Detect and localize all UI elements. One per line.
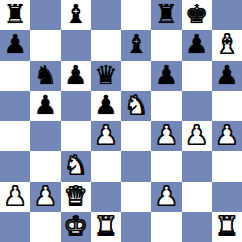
white-rook[interactable]: ♜ (94, 213, 117, 239)
square-c4[interactable] (61, 121, 91, 151)
square-c8[interactable]: ♝ (61, 0, 91, 30)
square-a4[interactable] (0, 121, 30, 151)
square-e1[interactable] (121, 212, 151, 242)
white-pawn[interactable]: ♟ (215, 122, 238, 148)
white-pawn[interactable]: ♟ (155, 183, 178, 209)
chess-board: ♜♝♜♚♟♝♟♝♞♟♛♟♟♟♟♞♟♟♟♟♞♟♟♛♟♚♜♜ (0, 0, 242, 242)
square-e7[interactable]: ♝ (121, 30, 151, 60)
square-b4[interactable] (30, 121, 60, 151)
black-king[interactable]: ♚ (185, 1, 208, 27)
black-pawn[interactable]: ♟ (215, 62, 238, 88)
square-f4[interactable]: ♟ (151, 121, 181, 151)
black-pawn[interactable]: ♟ (3, 31, 26, 57)
square-e3[interactable] (121, 151, 151, 181)
square-c2[interactable]: ♛ (61, 182, 91, 212)
square-h6[interactable]: ♟ (212, 61, 242, 91)
white-pawn[interactable]: ♟ (34, 183, 57, 209)
square-d8[interactable] (91, 0, 121, 30)
square-d2[interactable] (91, 182, 121, 212)
white-rook[interactable]: ♜ (215, 213, 238, 239)
square-b3[interactable] (30, 151, 60, 181)
square-h4[interactable]: ♟ (212, 121, 242, 151)
square-a3[interactable] (0, 151, 30, 181)
white-king[interactable]: ♚ (64, 213, 87, 239)
square-e8[interactable] (121, 0, 151, 30)
white-bishop[interactable]: ♝ (215, 31, 238, 57)
square-e5[interactable]: ♞ (121, 91, 151, 121)
square-a2[interactable]: ♟ (0, 182, 30, 212)
white-knight[interactable]: ♞ (124, 92, 147, 118)
square-h1[interactable]: ♜ (212, 212, 242, 242)
white-pawn[interactable]: ♟ (94, 122, 117, 148)
square-c3[interactable]: ♞ (61, 151, 91, 181)
square-a7[interactable]: ♟ (0, 30, 30, 60)
square-c1[interactable]: ♚ (61, 212, 91, 242)
square-g1[interactable] (182, 212, 212, 242)
black-knight[interactable]: ♞ (34, 62, 57, 88)
square-f6[interactable]: ♟ (151, 61, 181, 91)
square-b8[interactable] (30, 0, 60, 30)
black-pawn[interactable]: ♟ (64, 62, 87, 88)
black-pawn[interactable]: ♟ (94, 92, 117, 118)
square-c6[interactable]: ♟ (61, 61, 91, 91)
square-g5[interactable] (182, 91, 212, 121)
square-a5[interactable] (0, 91, 30, 121)
square-h5[interactable] (212, 91, 242, 121)
white-pawn[interactable]: ♟ (185, 122, 208, 148)
square-h2[interactable] (212, 182, 242, 212)
square-f1[interactable] (151, 212, 181, 242)
square-c7[interactable] (61, 30, 91, 60)
square-g7[interactable]: ♟ (182, 30, 212, 60)
square-c5[interactable] (61, 91, 91, 121)
black-rook[interactable]: ♜ (3, 1, 26, 27)
black-bishop[interactable]: ♝ (64, 1, 87, 27)
square-a1[interactable] (0, 212, 30, 242)
square-b2[interactable]: ♟ (30, 182, 60, 212)
square-b7[interactable] (30, 30, 60, 60)
black-queen[interactable]: ♛ (94, 62, 117, 88)
square-f5[interactable] (151, 91, 181, 121)
square-a8[interactable]: ♜ (0, 0, 30, 30)
square-b1[interactable] (30, 212, 60, 242)
square-g4[interactable]: ♟ (182, 121, 212, 151)
square-f2[interactable]: ♟ (151, 182, 181, 212)
black-pawn[interactable]: ♟ (185, 31, 208, 57)
square-d6[interactable]: ♛ (91, 61, 121, 91)
square-f3[interactable] (151, 151, 181, 181)
square-g3[interactable] (182, 151, 212, 181)
square-d5[interactable]: ♟ (91, 91, 121, 121)
square-b5[interactable]: ♟ (30, 91, 60, 121)
square-d7[interactable] (91, 30, 121, 60)
square-d4[interactable]: ♟ (91, 121, 121, 151)
square-h3[interactable] (212, 151, 242, 181)
square-f8[interactable]: ♜ (151, 0, 181, 30)
square-h7[interactable]: ♝ (212, 30, 242, 60)
white-queen[interactable]: ♛ (64, 183, 87, 209)
square-b6[interactable]: ♞ (30, 61, 60, 91)
white-knight[interactable]: ♞ (64, 152, 87, 178)
white-pawn[interactable]: ♟ (155, 122, 178, 148)
black-bishop[interactable]: ♝ (124, 31, 147, 57)
black-pawn[interactable]: ♟ (155, 62, 178, 88)
square-d3[interactable] (91, 151, 121, 181)
black-pawn[interactable]: ♟ (34, 92, 57, 118)
square-g6[interactable] (182, 61, 212, 91)
white-pawn[interactable]: ♟ (3, 183, 26, 209)
square-g2[interactable] (182, 182, 212, 212)
square-g8[interactable]: ♚ (182, 0, 212, 30)
square-h8[interactable] (212, 0, 242, 30)
square-e4[interactable] (121, 121, 151, 151)
square-d1[interactable]: ♜ (91, 212, 121, 242)
square-f7[interactable] (151, 30, 181, 60)
square-a6[interactable] (0, 61, 30, 91)
square-e6[interactable] (121, 61, 151, 91)
square-e2[interactable] (121, 182, 151, 212)
black-rook[interactable]: ♜ (155, 1, 178, 27)
